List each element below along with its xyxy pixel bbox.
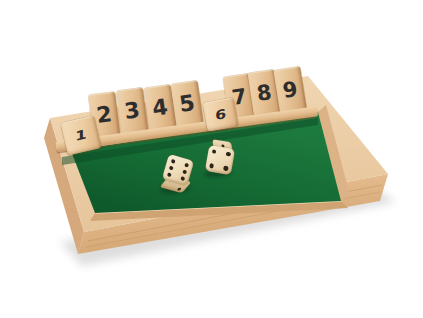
die-pip [223, 166, 228, 171]
die-pip [209, 163, 214, 168]
die-pip [171, 159, 176, 164]
die-right-top-face [205, 145, 235, 175]
tile-2-number: 2 [95, 103, 113, 127]
die-pip [226, 151, 231, 156]
die-pip [181, 177, 186, 182]
die-pip [177, 188, 182, 191]
tile-3-number: 3 [123, 99, 141, 123]
die-right[interactable] [206, 141, 236, 176]
die-pip [185, 163, 190, 168]
die-left[interactable] [163, 157, 195, 193]
tile-4-number: 4 [151, 96, 169, 120]
shut-the-box-game: 2 3 4 5 7 8 9 1 6 [0, 0, 423, 318]
die-pip [183, 170, 188, 175]
die-pip [211, 149, 216, 154]
tile-5-number: 5 [178, 92, 196, 116]
tile-6-number: 6 [215, 107, 226, 122]
die-pip [167, 173, 172, 178]
tile-8-number: 8 [255, 82, 273, 105]
tile-1-number: 1 [75, 128, 87, 144]
tile-6[interactable]: 6 [203, 98, 239, 132]
die-pip [169, 166, 174, 171]
tile-9-number: 9 [281, 79, 299, 102]
